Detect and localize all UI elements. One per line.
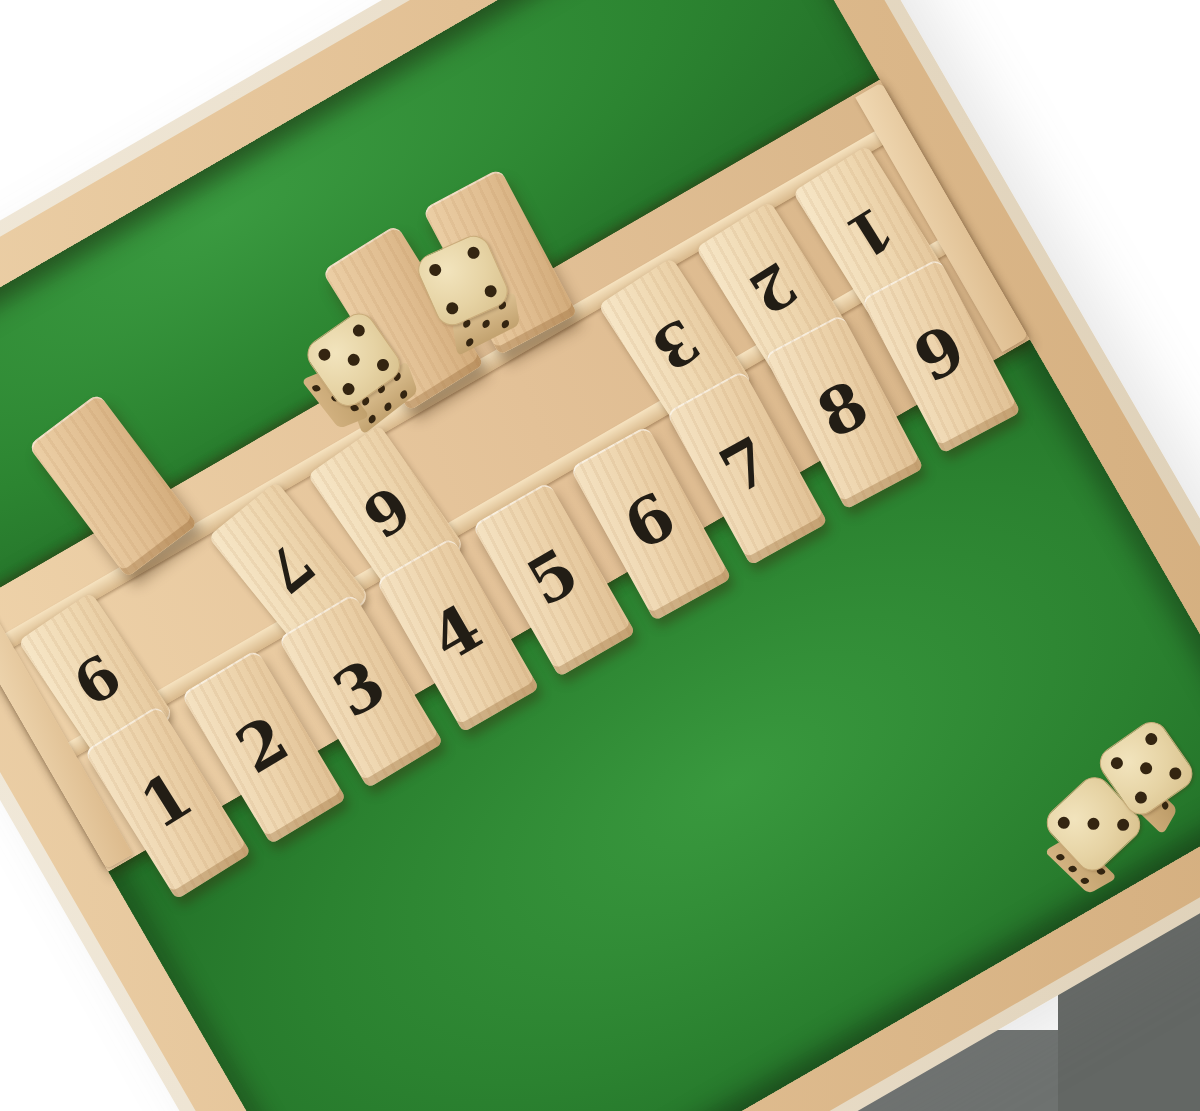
- die-pip: [1133, 789, 1150, 806]
- die-pip: [374, 357, 391, 374]
- die-pip: [1143, 731, 1160, 748]
- die-pip: [501, 319, 509, 330]
- die-pip: [368, 413, 377, 425]
- die-pip: [340, 380, 357, 397]
- die-pip: [1067, 865, 1078, 874]
- die-pip: [383, 401, 392, 413]
- die-pip: [350, 323, 367, 340]
- die-pip: [465, 245, 481, 261]
- die-pip: [1056, 814, 1073, 831]
- die-pip: [311, 384, 322, 392]
- die-pip: [428, 262, 444, 278]
- die-pip: [466, 337, 474, 348]
- die-pip: [1079, 877, 1090, 886]
- game-box: 976321 123456789: [0, 0, 1200, 1111]
- die-pip: [444, 300, 460, 316]
- die-pip: [399, 389, 408, 401]
- die-pip: [1109, 755, 1126, 772]
- die-pip: [482, 318, 490, 329]
- photo-stage: 976321 123456789: [0, 0, 1200, 1111]
- die-pip: [1167, 765, 1184, 782]
- die-pip: [1054, 853, 1065, 862]
- die-pip: [1138, 760, 1155, 777]
- die-pip: [482, 283, 498, 299]
- die-pip: [345, 351, 362, 368]
- die-pip: [316, 346, 333, 363]
- die-pip: [1085, 815, 1102, 832]
